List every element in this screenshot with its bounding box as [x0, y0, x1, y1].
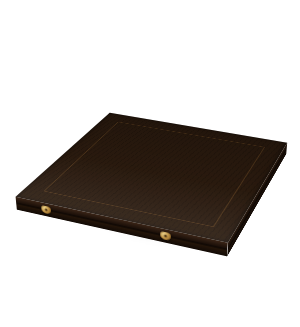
board-surface: [16, 113, 288, 243]
brass-clasp-icon: [41, 205, 51, 214]
scene-3d: [0, 0, 300, 327]
product-photo-stage: [0, 0, 300, 327]
chess-box: [16, 113, 288, 243]
brass-clasp-icon: [160, 231, 171, 241]
